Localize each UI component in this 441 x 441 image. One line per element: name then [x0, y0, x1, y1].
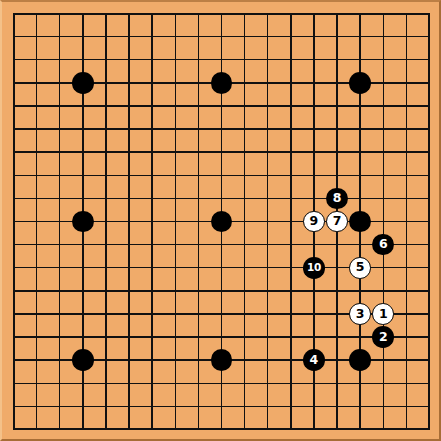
stone-move-9-O10[interactable]: 9	[303, 211, 325, 233]
grid-line-horizontal	[13, 244, 431, 245]
stone-move-8-P11[interactable]: 8	[326, 188, 348, 210]
grid-line-horizontal	[13, 336, 431, 337]
grid-line-horizontal	[13, 290, 431, 291]
move-number-label: 4	[310, 353, 319, 366]
stone-move-3-Q6[interactable]: 3	[349, 303, 371, 325]
grid-line-horizontal	[13, 428, 431, 430]
stone-handicap-Q10[interactable]	[349, 211, 371, 233]
move-number-label: 3	[356, 307, 365, 320]
move-number-label: 1	[379, 307, 388, 320]
move-number-label: 5	[356, 261, 365, 274]
move-number-label: 8	[333, 192, 342, 205]
stone-move-10-O8[interactable]: 10	[303, 257, 325, 279]
stone-handicap-Q16[interactable]	[349, 72, 371, 94]
stone-move-4-N4[interactable]: 4	[303, 349, 325, 371]
stone-handicap-D4[interactable]	[72, 349, 94, 371]
grid-line-vertical	[244, 13, 245, 431]
move-number-label: 2	[379, 330, 388, 343]
grid-line-vertical	[290, 13, 291, 431]
stone-handicap-K4[interactable]	[211, 349, 233, 371]
stone-handicap-K16[interactable]	[211, 72, 233, 94]
grid-line-horizontal	[13, 406, 431, 407]
stone-move-7-P10[interactable]: 7	[326, 211, 348, 233]
move-number-label: 9	[310, 215, 319, 228]
stone-handicap-D16[interactable]	[72, 72, 94, 94]
move-number-label: 10	[307, 262, 321, 273]
move-number-label: 6	[379, 238, 388, 251]
stone-handicap-Q4[interactable]	[349, 349, 371, 371]
move-number-label: 7	[333, 215, 342, 228]
grid-line-vertical	[428, 13, 430, 431]
stone-handicap-D10[interactable]	[72, 211, 94, 233]
stone-move-5-Q8[interactable]: 5	[349, 257, 371, 279]
go-board[interactable]: 12345678910	[0, 0, 441, 441]
grid-line-horizontal	[13, 383, 431, 384]
grid-line-vertical	[383, 13, 384, 431]
grid-line-vertical	[406, 13, 407, 431]
stone-move-1-R6[interactable]: 1	[372, 303, 394, 325]
go-diagram: 12345678910	[0, 0, 441, 441]
stone-move-2-R5[interactable]: 2	[372, 326, 394, 348]
grid-line-vertical	[267, 13, 268, 431]
